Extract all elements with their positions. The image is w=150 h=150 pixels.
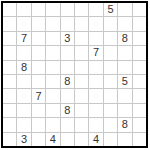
cell-r6c1-empty[interactable] bbox=[3, 75, 16, 88]
cell-r2c10-empty[interactable] bbox=[133, 17, 146, 30]
cell-r6c4-empty[interactable] bbox=[46, 75, 59, 88]
cell-r5c8-empty[interactable] bbox=[104, 61, 117, 74]
cell-r4c1-empty[interactable] bbox=[3, 46, 16, 59]
cell-r2c3-empty[interactable] bbox=[32, 17, 45, 30]
cell-r6c7-empty[interactable] bbox=[89, 75, 102, 88]
cell-r2c1-empty[interactable] bbox=[3, 17, 16, 30]
cell-r9c5-empty[interactable] bbox=[61, 118, 74, 131]
cell-r8c10-empty[interactable] bbox=[133, 104, 146, 117]
cell-r7c7-empty[interactable] bbox=[89, 89, 102, 102]
cell-r3c9-clue: 8 bbox=[118, 32, 131, 45]
cell-r7c5-empty[interactable] bbox=[61, 89, 74, 102]
cell-r6c6-empty[interactable] bbox=[75, 75, 88, 88]
cell-r2c7-empty[interactable] bbox=[89, 17, 102, 30]
cell-r8c5-clue: 8 bbox=[61, 104, 74, 117]
cell-r7c2-empty[interactable] bbox=[17, 89, 30, 102]
cell-r3c4-empty[interactable] bbox=[46, 32, 59, 45]
cell-r8c3-empty[interactable] bbox=[32, 104, 45, 117]
cell-r1c4-empty[interactable] bbox=[46, 3, 59, 16]
cell-r5c3-empty[interactable] bbox=[32, 61, 45, 74]
cell-r10c7-clue: 4 bbox=[89, 133, 102, 146]
cell-r2c9-empty[interactable] bbox=[118, 17, 131, 30]
cell-r10c3-empty[interactable] bbox=[32, 133, 45, 146]
cell-r4c2-empty[interactable] bbox=[17, 46, 30, 59]
cell-r8c7-empty[interactable] bbox=[89, 104, 102, 117]
cell-r5c7-empty[interactable] bbox=[89, 61, 102, 74]
cell-r9c10-empty[interactable] bbox=[133, 118, 146, 131]
cell-r4c5-empty[interactable] bbox=[61, 46, 74, 59]
cell-r3c3-empty[interactable] bbox=[32, 32, 45, 45]
cell-r10c6-empty[interactable] bbox=[75, 133, 88, 146]
cell-r3c6-empty[interactable] bbox=[75, 32, 88, 45]
cell-r8c8-empty[interactable] bbox=[104, 104, 117, 117]
cell-r7c3-clue: 7 bbox=[32, 89, 45, 102]
cell-r4c8-empty[interactable] bbox=[104, 46, 117, 59]
cell-r1c3-empty[interactable] bbox=[32, 3, 45, 16]
cell-r10c10-empty[interactable] bbox=[133, 133, 146, 146]
cell-r3c8-empty[interactable] bbox=[104, 32, 117, 45]
cell-r7c9-empty[interactable] bbox=[118, 89, 131, 102]
cell-r4c4-empty[interactable] bbox=[46, 46, 59, 59]
cell-r1c7-empty[interactable] bbox=[89, 3, 102, 16]
cell-r9c4-empty[interactable] bbox=[46, 118, 59, 131]
cell-r6c10-empty[interactable] bbox=[133, 75, 146, 88]
cell-r3c5-clue: 3 bbox=[61, 32, 74, 45]
cell-r9c1-empty[interactable] bbox=[3, 118, 16, 131]
cell-r2c4-empty[interactable] bbox=[46, 17, 59, 30]
cell-r8c6-empty[interactable] bbox=[75, 104, 88, 117]
cell-r7c8-empty[interactable] bbox=[104, 89, 117, 102]
cell-r8c1-empty[interactable] bbox=[3, 104, 16, 117]
cell-r7c4-empty[interactable] bbox=[46, 89, 59, 102]
cell-r6c3-empty[interactable] bbox=[32, 75, 45, 88]
cell-r6c5-clue: 8 bbox=[61, 75, 74, 88]
cell-r1c8-clue: 5 bbox=[104, 3, 117, 16]
cell-r5c6-empty[interactable] bbox=[75, 61, 88, 74]
cell-r1c9-empty[interactable] bbox=[118, 3, 131, 16]
cell-r3c10-empty[interactable] bbox=[133, 32, 146, 45]
cell-r3c2-clue: 7 bbox=[17, 32, 30, 45]
cell-r10c9-empty[interactable] bbox=[118, 133, 131, 146]
cell-r5c2-clue: 8 bbox=[17, 61, 30, 74]
cell-r10c5-empty[interactable] bbox=[61, 133, 74, 146]
cell-r4c9-empty[interactable] bbox=[118, 46, 131, 59]
puzzle-board: 57387885788344 bbox=[1, 1, 148, 148]
cell-r7c10-empty[interactable] bbox=[133, 89, 146, 102]
cell-r6c2-empty[interactable] bbox=[17, 75, 30, 88]
cell-r5c1-empty[interactable] bbox=[3, 61, 16, 74]
cell-r9c7-empty[interactable] bbox=[89, 118, 102, 131]
cell-r4c6-empty[interactable] bbox=[75, 46, 88, 59]
cell-r4c7-clue: 7 bbox=[89, 46, 102, 59]
cell-r6c9-clue: 5 bbox=[118, 75, 131, 88]
cell-r2c8-empty[interactable] bbox=[104, 17, 117, 30]
cell-r10c8-empty[interactable] bbox=[104, 133, 117, 146]
cell-r2c2-empty[interactable] bbox=[17, 17, 30, 30]
puzzle-grid: 57387885788344 bbox=[3, 3, 146, 146]
cell-r3c1-empty[interactable] bbox=[3, 32, 16, 45]
cell-r2c6-empty[interactable] bbox=[75, 17, 88, 30]
cell-r1c5-empty[interactable] bbox=[61, 3, 74, 16]
cell-r1c2-empty[interactable] bbox=[17, 3, 30, 16]
cell-r6c8-empty[interactable] bbox=[104, 75, 117, 88]
cell-r4c3-empty[interactable] bbox=[32, 46, 45, 59]
cell-r7c6-empty[interactable] bbox=[75, 89, 88, 102]
cell-r10c1-empty[interactable] bbox=[3, 133, 16, 146]
cell-r2c5-empty[interactable] bbox=[61, 17, 74, 30]
cell-r1c10-empty[interactable] bbox=[133, 3, 146, 16]
cell-r10c2-clue: 3 bbox=[17, 133, 30, 146]
cell-r9c3-empty[interactable] bbox=[32, 118, 45, 131]
cell-r9c2-empty[interactable] bbox=[17, 118, 30, 131]
cell-r3c7-empty[interactable] bbox=[89, 32, 102, 45]
cell-r8c9-empty[interactable] bbox=[118, 104, 131, 117]
cell-r5c5-empty[interactable] bbox=[61, 61, 74, 74]
cell-r7c1-empty[interactable] bbox=[3, 89, 16, 102]
cell-r10c4-clue: 4 bbox=[46, 133, 59, 146]
cell-r5c4-empty[interactable] bbox=[46, 61, 59, 74]
cell-r5c10-empty[interactable] bbox=[133, 61, 146, 74]
cell-r1c6-empty[interactable] bbox=[75, 3, 88, 16]
cell-r8c4-empty[interactable] bbox=[46, 104, 59, 117]
cell-r9c6-empty[interactable] bbox=[75, 118, 88, 131]
cell-r8c2-empty[interactable] bbox=[17, 104, 30, 117]
cell-r1c1-empty[interactable] bbox=[3, 3, 16, 16]
cell-r9c8-empty[interactable] bbox=[104, 118, 117, 131]
cell-r4c10-empty[interactable] bbox=[133, 46, 146, 59]
cell-r5c9-empty[interactable] bbox=[118, 61, 131, 74]
cell-r9c9-clue: 8 bbox=[118, 118, 131, 131]
